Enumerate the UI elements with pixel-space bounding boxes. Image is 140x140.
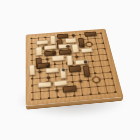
peg-hole: [98, 93, 100, 95]
light-bridge-tile[interactable]: [54, 79, 68, 86]
star-point-octagon: [44, 80, 53, 88]
peg-hole: [63, 75, 65, 77]
peg-hole: [54, 70, 56, 72]
peg-hole: [104, 48, 106, 49]
peg-hole: [95, 43, 97, 44]
peg-hole: [93, 66, 95, 67]
peg-hole: [64, 82, 66, 84]
peg-hole: [31, 48, 33, 49]
light-bridge-tile[interactable]: [60, 67, 67, 78]
peg-hole: [31, 65, 33, 66]
light-bridge-tile[interactable]: [50, 35, 56, 44]
dark-bridge-tile[interactable]: [59, 49, 72, 54]
peg-hole: [45, 37, 47, 38]
peg-hole: [94, 73, 96, 75]
peg-hole: [48, 90, 50, 92]
peg[interactable]: [75, 55, 79, 58]
peg[interactable]: [55, 88, 59, 91]
peg-hole: [47, 77, 49, 79]
peg-hole: [109, 71, 111, 73]
peg-hole: [89, 86, 91, 88]
peg-hole: [102, 43, 104, 44]
grid-line-horizontal: [32, 85, 115, 93]
star-point-octagon: [92, 76, 101, 83]
peg[interactable]: [45, 58, 49, 61]
peg-hole: [71, 75, 73, 77]
peg-hole: [31, 38, 33, 39]
peg-hole: [90, 93, 92, 95]
peg-hole: [57, 96, 59, 98]
peg[interactable]: [38, 70, 42, 73]
peg-hole: [105, 85, 107, 87]
grid-line-horizontal: [32, 72, 112, 80]
peg-hole: [62, 63, 64, 64]
peg-hole: [85, 67, 87, 69]
peg-hole: [100, 66, 102, 67]
star-point-octagon-inner: [93, 77, 99, 82]
peg-hole: [56, 82, 58, 84]
peg-hole: [87, 80, 89, 82]
peg-hole: [39, 77, 41, 79]
peg-hole: [72, 81, 74, 83]
peg-hole: [46, 64, 48, 65]
peg-hole: [97, 86, 99, 88]
dark-bridge-tile[interactable]: [68, 66, 81, 72]
photo-backdrop: [0, 0, 140, 140]
peg-hole: [106, 59, 108, 60]
peg-hole: [64, 89, 66, 91]
light-bridge-tile[interactable]: [38, 81, 52, 87]
peg[interactable]: [45, 63, 49, 66]
peg-hole: [102, 72, 104, 74]
peg-hole: [78, 74, 80, 76]
peg-hole: [95, 79, 97, 81]
peg-hole: [79, 80, 81, 82]
peg-hole: [78, 68, 80, 70]
peg[interactable]: [78, 80, 82, 83]
peg-hole: [47, 83, 49, 85]
peg[interactable]: [80, 44, 84, 47]
peg-hole: [100, 32, 102, 33]
peg-hole: [114, 91, 116, 93]
grid-line-horizontal: [32, 78, 113, 86]
peg-hole: [39, 71, 41, 73]
peg[interactable]: [72, 34, 75, 36]
peg-hole: [70, 68, 72, 70]
peg-hole: [48, 97, 50, 99]
peg-hole: [40, 91, 42, 93]
peg-hole: [31, 72, 33, 74]
peg-hole: [55, 76, 57, 78]
peg-hole: [111, 78, 113, 80]
peg-hole: [106, 92, 108, 94]
peg-hole: [92, 60, 94, 61]
peg[interactable]: [61, 68, 65, 71]
peg-hole: [39, 65, 41, 66]
peg-hole: [47, 70, 49, 72]
peg-hole: [65, 96, 67, 98]
peg-hole: [73, 95, 75, 97]
peg-hole: [31, 78, 33, 80]
peg-hole: [40, 98, 42, 100]
dark-bridge-tile[interactable]: [62, 85, 76, 92]
peg-hole: [103, 78, 105, 80]
light-bridge-tile[interactable]: [36, 46, 43, 56]
peg-hole: [86, 73, 88, 75]
star-point-octagon-inner: [46, 81, 52, 86]
peg[interactable]: [46, 76, 50, 79]
peg-hole: [99, 60, 101, 61]
board-surface: [26, 29, 124, 106]
peg-hole: [31, 91, 33, 93]
peg[interactable]: [66, 45, 70, 48]
peg-hole: [31, 99, 33, 101]
game-board: [26, 29, 124, 106]
peg-hole: [108, 65, 110, 66]
peg[interactable]: [83, 60, 87, 63]
peg-hole: [72, 88, 74, 90]
peg-hole: [54, 64, 56, 65]
light-bridge-tile[interactable]: [66, 55, 73, 65]
grid-line-horizontal: [31, 65, 109, 72]
peg-hole: [31, 54, 33, 55]
dark-bridge-tile[interactable]: [83, 66, 91, 77]
peg-hole: [81, 87, 83, 89]
peg-hole: [62, 69, 64, 71]
peg-hole: [82, 94, 84, 96]
peg-hole: [31, 85, 33, 87]
peg-hole: [113, 84, 115, 86]
light-bridge-tile[interactable]: [45, 68, 58, 74]
peg-hole: [39, 84, 41, 86]
peg-hole: [56, 89, 58, 91]
peg-hole: [97, 48, 99, 49]
light-bridge-tile[interactable]: [28, 64, 35, 75]
dark-bridge-tile[interactable]: [84, 31, 96, 36]
dark-bridge-tile[interactable]: [37, 62, 50, 68]
peg-hole: [79, 34, 81, 35]
